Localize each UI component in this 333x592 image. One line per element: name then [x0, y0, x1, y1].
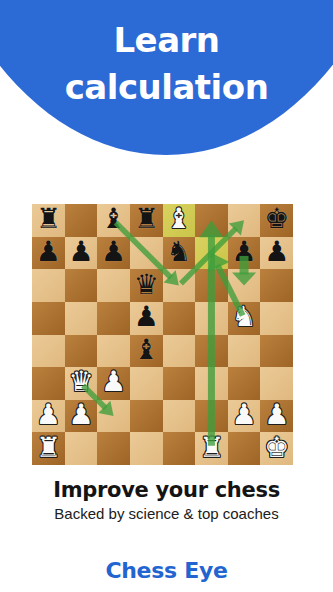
- chess-board-grid: ♜♝♜♝♚♟♟♟♞♟♟♛♟♞♝♛♟♟♟♟♟♜♜♚: [32, 204, 293, 465]
- square-f6[interactable]: [195, 269, 228, 302]
- piece-white-bishop: ♝: [166, 205, 191, 233]
- square-f8[interactable]: [195, 204, 228, 237]
- square-d4[interactable]: ♝: [130, 335, 163, 368]
- square-h4[interactable]: [260, 335, 293, 368]
- piece-black-pawn: ♟: [101, 238, 126, 266]
- square-b8[interactable]: [65, 204, 98, 237]
- square-g4[interactable]: [228, 335, 261, 368]
- square-g2[interactable]: ♟: [228, 400, 261, 433]
- square-b2[interactable]: ♟: [65, 400, 98, 433]
- square-g8[interactable]: [228, 204, 261, 237]
- square-c1[interactable]: [97, 432, 130, 465]
- square-e8[interactable]: ♝: [163, 204, 196, 237]
- piece-black-knight: ♞: [166, 238, 191, 266]
- piece-white-pawn: ♟: [68, 401, 93, 429]
- square-g6[interactable]: [228, 269, 261, 302]
- square-a5[interactable]: [32, 302, 65, 335]
- square-g1[interactable]: [228, 432, 261, 465]
- piece-black-rook: ♜: [134, 205, 159, 233]
- square-f7[interactable]: [195, 237, 228, 270]
- square-c6[interactable]: [97, 269, 130, 302]
- square-e5[interactable]: [163, 302, 196, 335]
- square-g5[interactable]: ♞: [228, 302, 261, 335]
- square-f4[interactable]: [195, 335, 228, 368]
- square-d7[interactable]: [130, 237, 163, 270]
- square-h8[interactable]: ♚: [260, 204, 293, 237]
- square-f3[interactable]: [195, 367, 228, 400]
- chess-board[interactable]: ♜♝♜♝♚♟♟♟♞♟♟♛♟♞♝♛♟♟♟♟♟♜♜♚: [32, 204, 293, 465]
- piece-black-bishop: ♝: [134, 336, 159, 364]
- square-c8[interactable]: ♝: [97, 204, 130, 237]
- brand-name: Chess Eye: [0, 558, 333, 583]
- square-a4[interactable]: [32, 335, 65, 368]
- square-f5[interactable]: [195, 302, 228, 335]
- hero-title-line1: Learn: [0, 17, 333, 64]
- square-g7[interactable]: ♟: [228, 237, 261, 270]
- square-h6[interactable]: [260, 269, 293, 302]
- square-h1[interactable]: ♚: [260, 432, 293, 465]
- piece-black-bishop: ♝: [101, 205, 126, 233]
- piece-black-pawn: ♟: [134, 303, 159, 331]
- square-a3[interactable]: [32, 367, 65, 400]
- square-b7[interactable]: ♟: [65, 237, 98, 270]
- square-b1[interactable]: [65, 432, 98, 465]
- square-c5[interactable]: [97, 302, 130, 335]
- square-d8[interactable]: ♜: [130, 204, 163, 237]
- piece-black-king: ♚: [264, 205, 289, 233]
- piece-white-pawn: ♟: [232, 401, 257, 429]
- square-h2[interactable]: ♟: [260, 400, 293, 433]
- piece-white-pawn: ♟: [101, 368, 126, 396]
- square-h3[interactable]: [260, 367, 293, 400]
- piece-black-rook: ♜: [36, 205, 61, 233]
- piece-white-rook: ♜: [199, 434, 224, 462]
- piece-white-king: ♚: [264, 434, 289, 462]
- piece-white-pawn: ♟: [264, 401, 289, 429]
- piece-white-queen: ♛: [68, 368, 93, 396]
- square-d3[interactable]: [130, 367, 163, 400]
- square-d1[interactable]: [130, 432, 163, 465]
- piece-white-rook: ♜: [36, 434, 61, 462]
- square-e1[interactable]: [163, 432, 196, 465]
- square-a1[interactable]: ♜: [32, 432, 65, 465]
- hero-title: Learn calculation: [0, 17, 333, 111]
- square-c3[interactable]: ♟: [97, 367, 130, 400]
- square-h7[interactable]: ♟: [260, 237, 293, 270]
- piece-black-queen: ♛: [134, 271, 159, 299]
- tagline-heading: Improve your chess: [0, 478, 333, 502]
- square-d2[interactable]: [130, 400, 163, 433]
- square-h5[interactable]: [260, 302, 293, 335]
- piece-white-pawn: ♟: [36, 401, 61, 429]
- square-b5[interactable]: [65, 302, 98, 335]
- square-c2[interactable]: [97, 400, 130, 433]
- square-c4[interactable]: [97, 335, 130, 368]
- piece-black-pawn: ♟: [36, 238, 61, 266]
- square-e6[interactable]: [163, 269, 196, 302]
- square-g3[interactable]: [228, 367, 261, 400]
- square-b4[interactable]: [65, 335, 98, 368]
- tagline-subheading: Backed by science & top coaches: [0, 505, 333, 522]
- square-a6[interactable]: [32, 269, 65, 302]
- square-c7[interactable]: ♟: [97, 237, 130, 270]
- square-b6[interactable]: [65, 269, 98, 302]
- square-a8[interactable]: ♜: [32, 204, 65, 237]
- square-f1[interactable]: ♜: [195, 432, 228, 465]
- square-e3[interactable]: [163, 367, 196, 400]
- piece-black-pawn: ♟: [232, 238, 257, 266]
- piece-white-knight: ♞: [232, 303, 257, 331]
- square-e2[interactable]: [163, 400, 196, 433]
- promo-screen: Learn calculation ♜♝♜♝♚♟♟♟♞♟♟♛♟♞♝♛♟♟♟♟♟♜…: [0, 0, 333, 592]
- square-a7[interactable]: ♟: [32, 237, 65, 270]
- square-e7[interactable]: ♞: [163, 237, 196, 270]
- square-d5[interactable]: ♟: [130, 302, 163, 335]
- square-a2[interactable]: ♟: [32, 400, 65, 433]
- square-e4[interactable]: [163, 335, 196, 368]
- square-f2[interactable]: [195, 400, 228, 433]
- hero-title-line2: calculation: [0, 64, 333, 111]
- piece-black-pawn: ♟: [68, 238, 93, 266]
- square-b3[interactable]: ♛: [65, 367, 98, 400]
- piece-black-pawn: ♟: [264, 238, 289, 266]
- square-d6[interactable]: ♛: [130, 269, 163, 302]
